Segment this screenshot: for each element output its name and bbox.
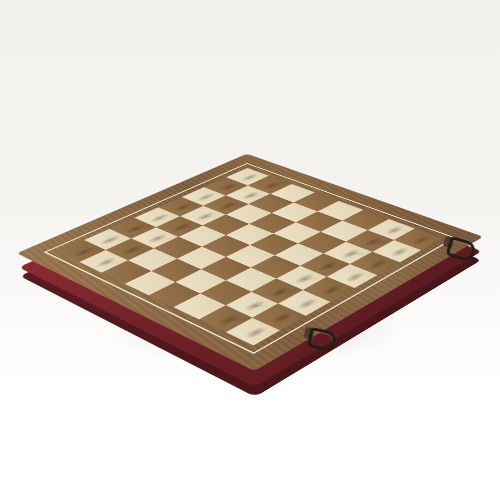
square-a8[interactable]: ♜ xyxy=(226,318,280,346)
square-a2[interactable]: ♟ xyxy=(79,250,128,273)
white-pawn-glyph: ♟ xyxy=(83,218,127,266)
black-rook-glyph: ♜ xyxy=(224,269,285,337)
product-photo: ♜♞♝♛♚♝♞♜♟♟♟♟♟♟♟♟♟♟♟♟♟♟♟♟♜♞♝♛♚♝♞♜ xyxy=(0,0,500,500)
